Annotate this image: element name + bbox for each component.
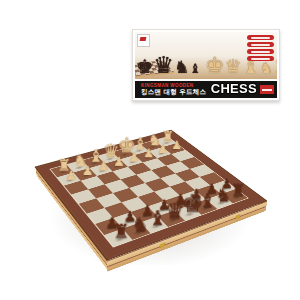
piece-black-r: ♜: [104, 229, 132, 247]
product-photo: ♟♜♚♛♞♝ ♚♛♝♞♜♟ KINGSMAN WOODEN 킹스맨 대형 우드체…: [0, 0, 300, 300]
chessboard-scene: ♜♞♝♛♚♝♞♜♟♟♟♟♟♟♟♟♟♟♟♟♟♟♟♟♜♞♝♛♚♝♞♜: [0, 0, 300, 300]
brass-clasp-icon: [160, 242, 165, 247]
brass-clasp-icon: [235, 214, 240, 219]
